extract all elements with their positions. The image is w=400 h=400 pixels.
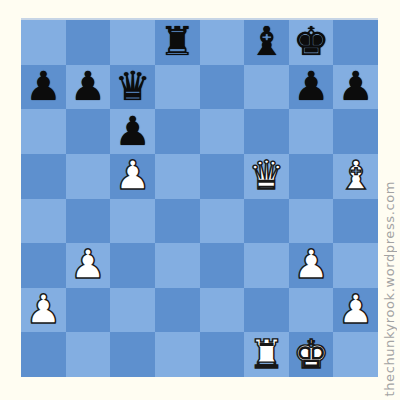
square-b6[interactable] (66, 109, 111, 154)
square-d8[interactable]: ♜ (155, 20, 200, 65)
square-d7[interactable] (155, 65, 200, 110)
square-f7[interactable] (244, 65, 289, 110)
square-b4[interactable] (66, 199, 111, 244)
square-g6[interactable] (289, 109, 334, 154)
square-h7[interactable]: ♟ (333, 65, 378, 110)
black-king: ♚ (293, 19, 329, 63)
square-e2[interactable] (200, 288, 245, 333)
black-queen: ♛ (115, 64, 151, 108)
chess-board: ♜♝♚♟♟♛♟♟♟♟♛♝♟♟♟♟♜♚ (21, 20, 378, 377)
square-c5[interactable]: ♟ (110, 154, 155, 199)
square-e8[interactable] (200, 20, 245, 65)
square-f6[interactable] (244, 109, 289, 154)
square-d4[interactable] (155, 199, 200, 244)
white-pawn: ♟ (338, 287, 374, 331)
square-c2[interactable] (110, 288, 155, 333)
square-g8[interactable]: ♚ (289, 20, 334, 65)
square-g3[interactable]: ♟ (289, 243, 334, 288)
square-c8[interactable] (110, 20, 155, 65)
square-a1[interactable] (21, 332, 66, 377)
square-g2[interactable] (289, 288, 334, 333)
square-a2[interactable]: ♟ (21, 288, 66, 333)
square-h6[interactable] (333, 109, 378, 154)
square-e7[interactable] (200, 65, 245, 110)
white-bishop: ♝ (338, 153, 374, 197)
square-a4[interactable] (21, 199, 66, 244)
square-c4[interactable] (110, 199, 155, 244)
square-h1[interactable] (333, 332, 378, 377)
square-f5[interactable]: ♛ (244, 154, 289, 199)
white-pawn: ♟ (25, 287, 61, 331)
black-pawn: ♟ (115, 109, 151, 153)
square-d2[interactable] (155, 288, 200, 333)
square-e6[interactable] (200, 109, 245, 154)
square-b7[interactable]: ♟ (66, 65, 111, 110)
square-f4[interactable] (244, 199, 289, 244)
square-d6[interactable] (155, 109, 200, 154)
black-pawn: ♟ (338, 64, 374, 108)
square-a6[interactable] (21, 109, 66, 154)
white-king: ♚ (293, 332, 329, 376)
watermark-text: thechunkyrook.wordpress.com (382, 181, 397, 397)
square-a8[interactable] (21, 20, 66, 65)
white-pawn: ♟ (293, 242, 329, 286)
square-e5[interactable] (200, 154, 245, 199)
square-f1[interactable]: ♜ (244, 332, 289, 377)
black-pawn: ♟ (293, 64, 329, 108)
square-b5[interactable] (66, 154, 111, 199)
square-b3[interactable]: ♟ (66, 243, 111, 288)
square-f8[interactable]: ♝ (244, 20, 289, 65)
black-pawn: ♟ (25, 64, 61, 108)
square-b8[interactable] (66, 20, 111, 65)
square-d3[interactable] (155, 243, 200, 288)
square-e1[interactable] (200, 332, 245, 377)
white-pawn: ♟ (70, 242, 106, 286)
square-e4[interactable] (200, 199, 245, 244)
square-d5[interactable] (155, 154, 200, 199)
square-g5[interactable] (289, 154, 334, 199)
square-g7[interactable]: ♟ (289, 65, 334, 110)
white-pawn: ♟ (115, 153, 151, 197)
square-d1[interactable] (155, 332, 200, 377)
square-b2[interactable] (66, 288, 111, 333)
square-h2[interactable]: ♟ (333, 288, 378, 333)
square-c1[interactable] (110, 332, 155, 377)
square-h8[interactable] (333, 20, 378, 65)
square-c3[interactable] (110, 243, 155, 288)
square-c7[interactable]: ♛ (110, 65, 155, 110)
square-g4[interactable] (289, 199, 334, 244)
square-h5[interactable]: ♝ (333, 154, 378, 199)
black-pawn: ♟ (70, 64, 106, 108)
square-f2[interactable] (244, 288, 289, 333)
square-e3[interactable] (200, 243, 245, 288)
square-c6[interactable]: ♟ (110, 109, 155, 154)
square-a5[interactable] (21, 154, 66, 199)
square-a7[interactable]: ♟ (21, 65, 66, 110)
black-bishop: ♝ (249, 19, 285, 63)
white-queen: ♛ (249, 153, 285, 197)
square-b1[interactable] (66, 332, 111, 377)
white-rook: ♜ (249, 332, 285, 376)
black-rook: ♜ (159, 19, 195, 63)
square-g1[interactable]: ♚ (289, 332, 334, 377)
square-a3[interactable] (21, 243, 66, 288)
square-h4[interactable] (333, 199, 378, 244)
square-f3[interactable] (244, 243, 289, 288)
square-h3[interactable] (333, 243, 378, 288)
